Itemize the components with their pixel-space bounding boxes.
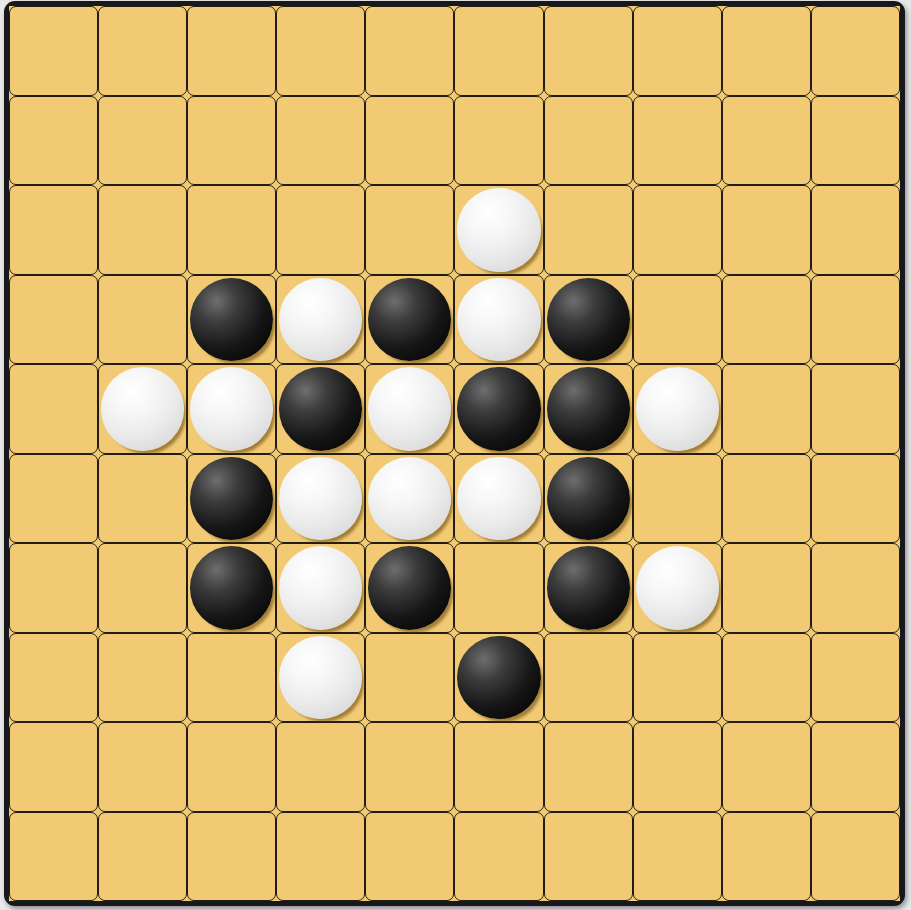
board-cell[interactable] — [187, 185, 276, 275]
board-cell[interactable] — [811, 454, 900, 544]
board-cell[interactable] — [98, 722, 187, 812]
board-cell[interactable] — [454, 275, 543, 365]
board-cell[interactable] — [544, 185, 633, 275]
board-cell[interactable] — [633, 454, 722, 544]
board-cell[interactable] — [9, 812, 98, 902]
black-stone — [547, 278, 630, 362]
board-cell[interactable] — [722, 275, 811, 365]
board-cell[interactable] — [454, 185, 543, 275]
board-cell[interactable] — [722, 633, 811, 723]
white-stone — [279, 636, 362, 720]
page — [0, 0, 911, 910]
board-cell[interactable] — [633, 275, 722, 365]
board-cell[interactable] — [544, 6, 633, 96]
board-cell[interactable] — [722, 185, 811, 275]
board-cell[interactable] — [544, 364, 633, 454]
board-cell[interactable] — [187, 364, 276, 454]
board-cell[interactable] — [544, 275, 633, 365]
board-cell[interactable] — [722, 543, 811, 633]
board-cell[interactable] — [544, 543, 633, 633]
board-cell[interactable] — [187, 812, 276, 902]
board-cell[interactable] — [276, 6, 365, 96]
board-cell[interactable] — [9, 543, 98, 633]
board-cell[interactable] — [454, 454, 543, 544]
board-cell[interactable] — [9, 185, 98, 275]
black-stone — [190, 457, 273, 541]
board-cell[interactable] — [276, 722, 365, 812]
board-cell[interactable] — [276, 96, 365, 186]
board-cell[interactable] — [633, 96, 722, 186]
board-cell[interactable] — [9, 454, 98, 544]
white-stone — [636, 367, 719, 451]
board-cell[interactable] — [9, 633, 98, 723]
board-cell[interactable] — [454, 812, 543, 902]
board-cell[interactable] — [633, 543, 722, 633]
board-cell[interactable] — [811, 185, 900, 275]
board-cell[interactable] — [722, 6, 811, 96]
board-cell[interactable] — [276, 275, 365, 365]
board-cell[interactable] — [811, 96, 900, 186]
board-cell[interactable] — [98, 185, 187, 275]
board-cell[interactable] — [9, 6, 98, 96]
board-cell[interactable] — [722, 96, 811, 186]
gomoku-board — [4, 1, 905, 906]
board-cell[interactable] — [276, 812, 365, 902]
board-cell[interactable] — [365, 633, 454, 723]
black-stone — [190, 546, 273, 630]
board-cell[interactable] — [98, 812, 187, 902]
board-grid — [9, 6, 900, 901]
board-cell[interactable] — [9, 96, 98, 186]
board-cell[interactable] — [98, 633, 187, 723]
board-cell[interactable] — [633, 722, 722, 812]
board-cell[interactable] — [633, 633, 722, 723]
board-cell[interactable] — [9, 722, 98, 812]
board-cell[interactable] — [544, 633, 633, 723]
board-cell[interactable] — [454, 633, 543, 723]
board-cell[interactable] — [365, 275, 454, 365]
board-cell[interactable] — [98, 6, 187, 96]
black-stone — [457, 367, 540, 451]
board-cell[interactable] — [187, 275, 276, 365]
board-cell[interactable] — [276, 543, 365, 633]
board-cell[interactable] — [187, 633, 276, 723]
board-cell[interactable] — [365, 454, 454, 544]
board-cell[interactable] — [365, 6, 454, 96]
board-cell[interactable] — [187, 543, 276, 633]
board-cell[interactable] — [811, 812, 900, 902]
white-stone — [368, 457, 451, 541]
board-cell[interactable] — [9, 364, 98, 454]
board-cell[interactable] — [811, 633, 900, 723]
board-cell[interactable] — [98, 364, 187, 454]
board-cell[interactable] — [187, 454, 276, 544]
black-stone — [547, 546, 630, 630]
board-cell[interactable] — [365, 812, 454, 902]
white-stone — [101, 367, 184, 451]
white-stone — [457, 188, 540, 272]
board-cell[interactable] — [633, 364, 722, 454]
board-cell[interactable] — [811, 6, 900, 96]
white-stone — [457, 457, 540, 541]
board-cell[interactable] — [544, 722, 633, 812]
board-cell[interactable] — [633, 6, 722, 96]
board-cell[interactable] — [98, 96, 187, 186]
board-cell[interactable] — [544, 812, 633, 902]
board-cell[interactable] — [454, 96, 543, 186]
board-cell[interactable] — [365, 543, 454, 633]
board-cell[interactable] — [722, 364, 811, 454]
white-stone — [279, 546, 362, 630]
board-cell[interactable] — [811, 275, 900, 365]
board-cell[interactable] — [544, 96, 633, 186]
board-cell[interactable] — [187, 96, 276, 186]
board-cell[interactable] — [98, 454, 187, 544]
white-stone — [279, 457, 362, 541]
board-cell[interactable] — [276, 364, 365, 454]
black-stone — [547, 457, 630, 541]
board-cell[interactable] — [98, 543, 187, 633]
board-cell[interactable] — [454, 364, 543, 454]
board-cell[interactable] — [811, 364, 900, 454]
white-stone — [279, 278, 362, 362]
board-cell[interactable] — [276, 633, 365, 723]
board-cell[interactable] — [633, 812, 722, 902]
board-cell[interactable] — [454, 543, 543, 633]
board-cell[interactable] — [276, 454, 365, 544]
black-stone — [368, 546, 451, 630]
board-cell[interactable] — [722, 722, 811, 812]
board-cell[interactable] — [722, 454, 811, 544]
white-stone — [190, 367, 273, 451]
black-stone — [279, 367, 362, 451]
black-stone — [368, 278, 451, 362]
white-stone — [636, 546, 719, 630]
black-stone — [190, 278, 273, 362]
white-stone — [457, 278, 540, 362]
board-cell[interactable] — [276, 185, 365, 275]
board-cell[interactable] — [365, 185, 454, 275]
board-cell[interactable] — [811, 722, 900, 812]
board-cell[interactable] — [544, 454, 633, 544]
black-stone — [547, 367, 630, 451]
board-cell[interactable] — [98, 275, 187, 365]
board-cell[interactable] — [454, 6, 543, 96]
board-cell[interactable] — [365, 722, 454, 812]
board-cell[interactable] — [454, 722, 543, 812]
board-cell[interactable] — [365, 364, 454, 454]
board-cell[interactable] — [9, 275, 98, 365]
board-cell[interactable] — [365, 96, 454, 186]
black-stone — [457, 636, 540, 720]
white-stone — [368, 367, 451, 451]
board-cell[interactable] — [633, 185, 722, 275]
board-cell[interactable] — [722, 812, 811, 902]
board-cell[interactable] — [187, 722, 276, 812]
board-cell[interactable] — [811, 543, 900, 633]
board-cell[interactable] — [187, 6, 276, 96]
